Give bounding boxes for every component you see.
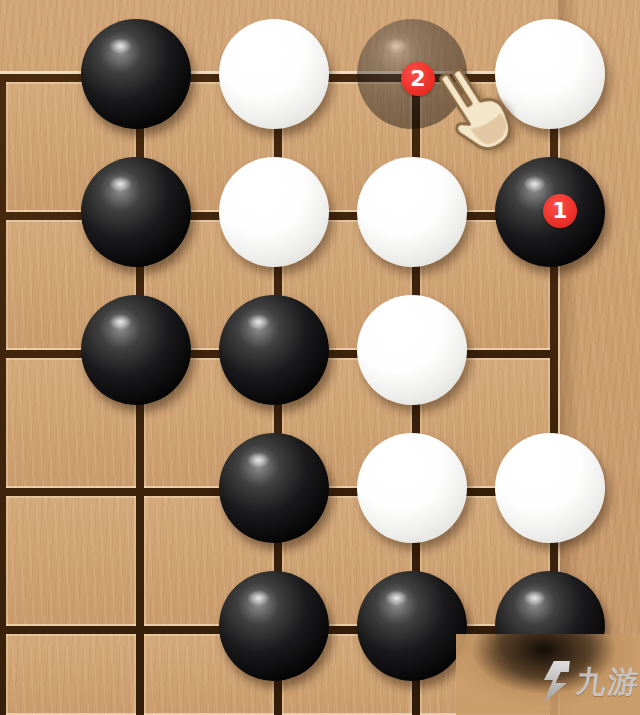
board-cell <box>6 496 136 626</box>
white-stone[interactable] <box>495 433 605 543</box>
black-stone[interactable] <box>219 433 329 543</box>
black-stone[interactable] <box>219 571 329 681</box>
black-stone[interactable] <box>81 157 191 267</box>
black-stone[interactable] <box>81 295 191 405</box>
board-cell <box>6 634 136 715</box>
white-stone[interactable] <box>219 19 329 129</box>
jiuyou-logo-icon <box>543 660 571 704</box>
watermark-text: 九游 <box>573 662 640 703</box>
jiuyou-watermark: 九游 <box>543 660 640 704</box>
move-number-badge-1: 1 <box>543 194 577 228</box>
white-stone[interactable] <box>357 295 467 405</box>
black-stone[interactable] <box>219 295 329 405</box>
black-stone[interactable] <box>81 19 191 129</box>
white-stone[interactable] <box>357 433 467 543</box>
black-stone[interactable] <box>357 571 467 681</box>
white-stone[interactable] <box>357 157 467 267</box>
go-app-screenshot: { "game": "go (weiqi) — beginner problem… <box>0 0 640 715</box>
white-stone[interactable] <box>219 157 329 267</box>
